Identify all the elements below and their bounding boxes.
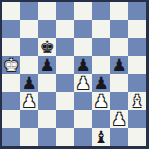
- square-f3[interactable]: ♟: [92, 92, 110, 110]
- square-c8[interactable]: [38, 2, 56, 20]
- chess-board-frame: ♚♚♟♟♟♟♟♟♟♟♝♟♝: [0, 0, 149, 149]
- square-g8[interactable]: [110, 2, 128, 20]
- square-a2[interactable]: [2, 110, 20, 128]
- square-g1[interactable]: [110, 128, 128, 146]
- white-bishop: ♝: [129, 92, 144, 110]
- square-a1[interactable]: [2, 128, 20, 146]
- square-a5[interactable]: ♚: [2, 56, 20, 74]
- square-f5[interactable]: [92, 56, 110, 74]
- black-pawn: ♟: [75, 56, 90, 74]
- square-a3[interactable]: [2, 92, 20, 110]
- white-king: ♚: [3, 56, 18, 74]
- square-d3[interactable]: [56, 92, 74, 110]
- square-e2[interactable]: [74, 110, 92, 128]
- square-a6[interactable]: [2, 38, 20, 56]
- square-e3[interactable]: [74, 92, 92, 110]
- white-pawn: ♟: [111, 110, 126, 128]
- square-c1[interactable]: [38, 128, 56, 146]
- square-e4[interactable]: ♟: [74, 74, 92, 92]
- square-d7[interactable]: [56, 20, 74, 38]
- square-c5[interactable]: ♟: [38, 56, 56, 74]
- square-h5[interactable]: [128, 56, 146, 74]
- square-f8[interactable]: [92, 2, 110, 20]
- black-king: ♚: [39, 38, 54, 56]
- black-pawn: ♟: [39, 56, 54, 74]
- square-d4[interactable]: [56, 74, 74, 92]
- black-pawn: ♟: [111, 56, 126, 74]
- square-h7[interactable]: [128, 20, 146, 38]
- square-c2[interactable]: [38, 110, 56, 128]
- square-b3[interactable]: ♟: [20, 92, 38, 110]
- square-d1[interactable]: [56, 128, 74, 146]
- square-h4[interactable]: [128, 74, 146, 92]
- square-d8[interactable]: [56, 2, 74, 20]
- square-d2[interactable]: [56, 110, 74, 128]
- chess-board: ♚♚♟♟♟♟♟♟♟♟♝♟♝: [2, 2, 146, 146]
- square-b7[interactable]: [20, 20, 38, 38]
- square-b2[interactable]: [20, 110, 38, 128]
- square-h2[interactable]: [128, 110, 146, 128]
- square-g7[interactable]: [110, 20, 128, 38]
- square-a8[interactable]: [2, 2, 20, 20]
- square-h8[interactable]: [128, 2, 146, 20]
- square-f7[interactable]: [92, 20, 110, 38]
- square-g4[interactable]: [110, 74, 128, 92]
- square-b5[interactable]: [20, 56, 38, 74]
- black-pawn: ♟: [93, 74, 108, 92]
- square-e1[interactable]: [74, 128, 92, 146]
- white-pawn: ♟: [75, 74, 90, 92]
- square-b4[interactable]: ♟: [20, 74, 38, 92]
- square-g3[interactable]: [110, 92, 128, 110]
- black-bishop: ♝: [93, 128, 108, 146]
- square-g6[interactable]: [110, 38, 128, 56]
- square-e8[interactable]: [74, 2, 92, 20]
- square-f6[interactable]: [92, 38, 110, 56]
- white-pawn: ♟: [21, 92, 36, 110]
- square-e6[interactable]: [74, 38, 92, 56]
- square-f1[interactable]: ♝: [92, 128, 110, 146]
- square-c3[interactable]: [38, 92, 56, 110]
- square-c7[interactable]: [38, 20, 56, 38]
- square-f2[interactable]: [92, 110, 110, 128]
- square-b6[interactable]: [20, 38, 38, 56]
- square-e5[interactable]: ♟: [74, 56, 92, 74]
- square-d6[interactable]: [56, 38, 74, 56]
- square-a7[interactable]: [2, 20, 20, 38]
- square-c4[interactable]: [38, 74, 56, 92]
- white-pawn: ♟: [93, 92, 108, 110]
- square-c6[interactable]: ♚: [38, 38, 56, 56]
- square-d5[interactable]: [56, 56, 74, 74]
- square-h1[interactable]: [128, 128, 146, 146]
- black-pawn: ♟: [21, 74, 36, 92]
- square-g2[interactable]: ♟: [110, 110, 128, 128]
- square-h6[interactable]: [128, 38, 146, 56]
- square-f4[interactable]: ♟: [92, 74, 110, 92]
- square-h3[interactable]: ♝: [128, 92, 146, 110]
- square-b1[interactable]: [20, 128, 38, 146]
- square-a4[interactable]: [2, 74, 20, 92]
- square-g5[interactable]: ♟: [110, 56, 128, 74]
- square-b8[interactable]: [20, 2, 38, 20]
- square-e7[interactable]: [74, 20, 92, 38]
